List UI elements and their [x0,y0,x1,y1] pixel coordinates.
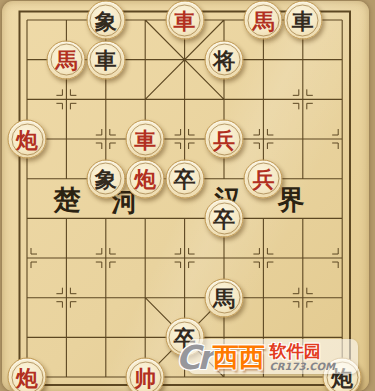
piece-red-兵-file6-rank4[interactable]: 兵 [205,120,244,159]
piece-red-車-file5-rank1[interactable]: 車 [165,1,204,40]
piece-label: 兵 [252,168,274,190]
piece-label: 車 [174,9,196,31]
piece-black-象-file3-rank1[interactable]: 象 [86,1,125,40]
piece-label: 炮 [16,128,38,150]
pieces-layer: 象車馬車馬車将炮車兵象炮卒兵卒馬卒炮帅炮 [0,0,375,391]
watermark-logo-icon: Cr [176,341,211,374]
piece-black-卒-file6-rank6[interactable]: 卒 [205,199,244,238]
piece-black-卒-file5-rank5[interactable]: 卒 [165,159,204,198]
piece-label: 馬 [55,49,77,71]
watermark-domain: CR173.COM [270,362,336,372]
piece-black-車-file8-rank1[interactable]: 車 [283,1,322,40]
piece-black-将-file6-rank2[interactable]: 将 [205,40,244,79]
piece-red-馬-file2-rank2[interactable]: 馬 [47,40,86,79]
piece-red-炮-file4-rank5[interactable]: 炮 [126,159,165,198]
piece-red-馬-file7-rank1[interactable]: 馬 [244,1,283,40]
piece-label: 炮 [134,168,156,190]
piece-label: 卒 [213,207,235,229]
piece-label: 将 [213,49,235,71]
piece-black-車-file3-rank2[interactable]: 車 [86,40,125,79]
piece-label: 象 [95,168,117,190]
piece-label: 車 [95,49,117,71]
watermark-site-name: 西西 [213,344,265,370]
piece-label: 馬 [213,287,235,309]
piece-label: 車 [134,128,156,150]
piece-label: 卒 [174,168,196,190]
piece-label: 兵 [213,128,235,150]
piece-label: 帅 [134,366,156,388]
piece-label: 車 [292,9,314,31]
watermark: Cr 西西 软件园 CR173.COM [176,334,358,380]
watermark-site-suffix: 软件园 [270,343,336,360]
piece-label: 炮 [16,366,38,388]
piece-black-馬-file6-rank8[interactable]: 馬 [205,278,244,317]
piece-red-兵-file7-rank5[interactable]: 兵 [244,159,283,198]
piece-red-帅-file4-rank10[interactable]: 帅 [126,358,165,391]
piece-red-炮-file1-rank4[interactable]: 炮 [8,120,47,159]
piece-label: 馬 [252,9,274,31]
piece-label: 象 [95,9,117,31]
piece-red-車-file4-rank4[interactable]: 車 [126,120,165,159]
piece-black-象-file3-rank5[interactable]: 象 [86,159,125,198]
piece-red-炮-file1-rank10[interactable]: 炮 [8,358,47,391]
